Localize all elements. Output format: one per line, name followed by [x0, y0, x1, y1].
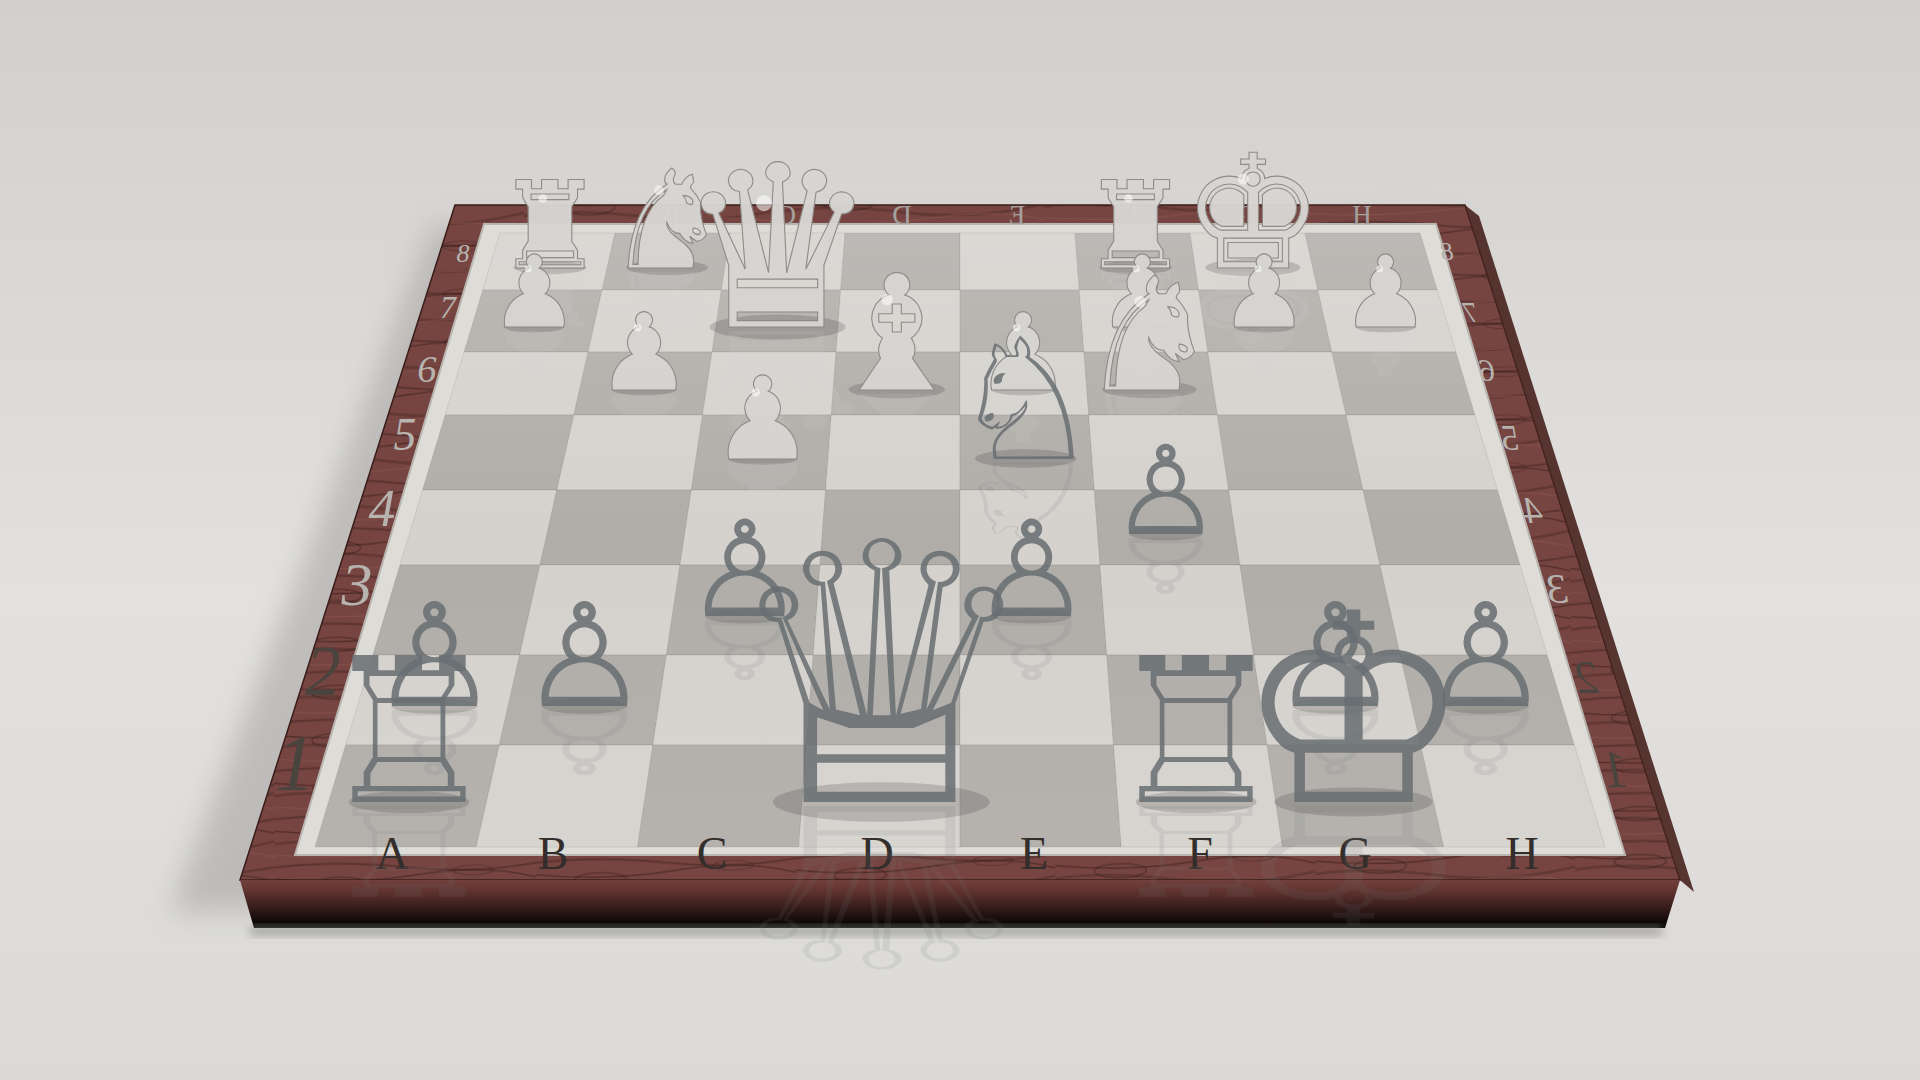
left-rank-label-5: 5: [394, 409, 417, 460]
piece-highlight: [1135, 296, 1146, 307]
piece-highlight: [1238, 173, 1249, 184]
piece-black-pawn-c5[interactable]: ♟: [711, 352, 814, 486]
right-rank-label-6: 6: [1479, 353, 1495, 388]
piece-black-pawn-g7[interactable]: ♟: [1219, 234, 1309, 351]
piece-white-pawn-b2[interactable]: ♙: [520, 572, 649, 740]
left-rank-label-1: 1: [275, 718, 316, 808]
back-file-label-h: H: [1352, 200, 1372, 230]
piece-highlight: [1255, 265, 1262, 272]
right-rank-label-4: 4: [1523, 488, 1542, 531]
piece-black-pawn-a7[interactable]: ♟: [489, 234, 579, 351]
left-rank-label-3: 3: [341, 550, 373, 618]
right-rank-label-1: 1: [1602, 741, 1628, 798]
left-rank-label-7: 7: [440, 290, 458, 325]
piece-highlight: [654, 186, 664, 196]
back-file-label-e: E: [1009, 200, 1026, 230]
right-rank-label-7: 7: [1461, 296, 1477, 328]
back-file-label-d: D: [892, 200, 912, 230]
piece-highlight: [1124, 194, 1132, 202]
front-file-label-h: H: [1505, 828, 1538, 879]
piece-black-pawn-h7[interactable]: ♟: [1341, 234, 1431, 351]
piece-white-queen-d1[interactable]: ♕: [719, 467, 1043, 887]
chess-render-stage: ABCDEFGHABCDEFGH1234567812345678♜♜♞♞♜♜♚♚…: [0, 0, 1920, 1080]
piece-highlight: [538, 194, 546, 202]
left-rank-label-8: 8: [457, 239, 470, 268]
right-rank-label-2: 2: [1575, 651, 1599, 703]
piece-highlight: [634, 324, 642, 332]
piece-white-rook-a1[interactable]: ♖: [319, 615, 500, 849]
right-rank-label-5: 5: [1501, 418, 1519, 458]
piece-highlight: [882, 294, 893, 305]
piece-highlight: [1376, 265, 1383, 272]
piece-black-bishop-d6[interactable]: ♝: [825, 241, 969, 428]
chessboard-scene: ABCDEFGHABCDEFGH1234567812345678♜♜♞♞♜♜♚♚…: [0, 0, 1920, 1080]
piece-highlight: [525, 265, 532, 272]
piece-black-pawn-b6[interactable]: ♟: [596, 290, 692, 415]
left-rank-label-6: 6: [417, 348, 437, 390]
piece-white-pawn-f4[interactable]: ♙: [1110, 419, 1221, 563]
piece-white-king-g1[interactable]: ♔: [1235, 558, 1471, 864]
front-file-label-b: B: [538, 828, 569, 879]
piece-highlight: [756, 195, 772, 211]
left-rank-label-4: 4: [369, 478, 396, 538]
right-rank-label-8: 8: [1441, 237, 1454, 266]
piece-highlight: [752, 389, 760, 397]
